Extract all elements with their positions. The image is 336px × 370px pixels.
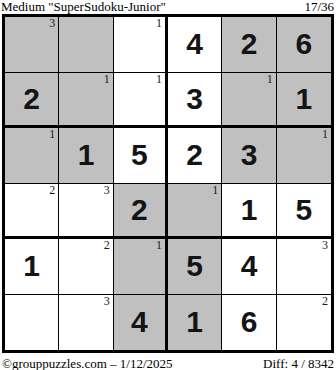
pencil-mark: 1 bbox=[267, 73, 273, 86]
pencil-mark: 3 bbox=[49, 17, 55, 30]
cell-r4c6: 5 bbox=[277, 184, 331, 240]
given-digit: 6 bbox=[241, 307, 258, 337]
given-digit: 5 bbox=[295, 195, 312, 225]
copyright-date: ©grouppuzzles.com – 1/12/2025 bbox=[2, 357, 173, 370]
cell-r3c2: 1 bbox=[59, 128, 113, 184]
given-digit: 5 bbox=[131, 140, 148, 170]
cell-r1c5: 2 bbox=[222, 17, 276, 73]
given-digit: 6 bbox=[295, 29, 312, 59]
cell-r5c5: 4 bbox=[222, 239, 276, 295]
cell-r5c3[interactable]: 1 bbox=[114, 239, 168, 295]
cell-r1c2[interactable] bbox=[59, 17, 113, 73]
cell-r5c1: 1 bbox=[5, 239, 59, 295]
cell-r1c3[interactable]: 1 bbox=[114, 17, 168, 73]
pencil-mark: 1 bbox=[322, 128, 328, 141]
given-digit: 1 bbox=[241, 195, 258, 225]
cell-r5c2[interactable]: 2 bbox=[59, 239, 113, 295]
pencil-mark: 2 bbox=[104, 239, 110, 252]
pencil-mark: 2 bbox=[49, 184, 55, 197]
given-digit: 4 bbox=[131, 307, 148, 337]
cell-r4c1[interactable]: 2 bbox=[5, 184, 59, 240]
page-header: Medium "SuperSudoku-Junior" 17/36 bbox=[0, 0, 336, 14]
pencil-mark: 1 bbox=[156, 239, 162, 252]
pencil-mark: 1 bbox=[156, 73, 162, 86]
cell-r4c3: 2 bbox=[114, 184, 168, 240]
cell-r6c1[interactable] bbox=[5, 295, 59, 351]
cell-r3c1[interactable]: 1 bbox=[5, 128, 59, 184]
cell-r6c5: 6 bbox=[222, 295, 276, 351]
cell-r2c3[interactable]: 1 bbox=[114, 73, 168, 129]
given-digit: 4 bbox=[241, 251, 258, 281]
given-digit: 1 bbox=[23, 251, 40, 281]
cell-r3c6[interactable]: 1 bbox=[277, 128, 331, 184]
given-digit: 2 bbox=[186, 140, 203, 170]
cell-r6c3: 4 bbox=[114, 295, 168, 351]
given-digit: 3 bbox=[186, 84, 203, 114]
pencil-mark: 3 bbox=[104, 295, 110, 308]
pencil-mark: 1 bbox=[104, 73, 110, 86]
given-digit: 5 bbox=[186, 251, 203, 281]
difficulty-label: Diff: 4 / 8342 bbox=[263, 357, 334, 370]
pencil-mark: 1 bbox=[49, 128, 55, 141]
given-digit: 3 bbox=[241, 140, 258, 170]
cells-remaining-counter: 17/36 bbox=[304, 0, 334, 13]
cell-r3c5: 3 bbox=[222, 128, 276, 184]
given-digit: 4 bbox=[186, 29, 203, 59]
cell-r2c4: 3 bbox=[168, 73, 222, 129]
cell-r1c6: 6 bbox=[277, 17, 331, 73]
pencil-mark: 3 bbox=[322, 239, 328, 252]
given-digit: 1 bbox=[78, 140, 95, 170]
cell-r4c2[interactable]: 3 bbox=[59, 184, 113, 240]
page-footer: ©grouppuzzles.com – 1/12/2025 Diff: 4 / … bbox=[0, 353, 336, 370]
puzzle-title: Medium "SuperSudoku-Junior" bbox=[1, 0, 166, 13]
cell-r4c4[interactable]: 1 bbox=[168, 184, 222, 240]
cell-r2c1: 2 bbox=[5, 73, 59, 129]
pencil-mark: 3 bbox=[104, 184, 110, 197]
cell-r2c2[interactable]: 1 bbox=[59, 73, 113, 129]
cell-r4c5: 1 bbox=[222, 184, 276, 240]
pencil-mark: 1 bbox=[212, 184, 218, 197]
cell-r1c1[interactable]: 3 bbox=[5, 17, 59, 73]
cell-r3c4: 2 bbox=[168, 128, 222, 184]
cell-r6c6[interactable]: 2 bbox=[277, 295, 331, 351]
cell-r1c4: 4 bbox=[168, 17, 222, 73]
cell-r6c4: 1 bbox=[168, 295, 222, 351]
cell-r6c2[interactable]: 3 bbox=[59, 295, 113, 351]
pencil-mark: 2 bbox=[322, 295, 328, 308]
cell-r5c6[interactable]: 3 bbox=[277, 239, 331, 295]
cell-r2c5[interactable]: 1 bbox=[222, 73, 276, 129]
given-digit: 2 bbox=[131, 195, 148, 225]
board: 3142621131111523123211512154334162 bbox=[2, 14, 334, 353]
cell-r5c4: 5 bbox=[168, 239, 222, 295]
pencil-mark: 1 bbox=[156, 17, 162, 30]
given-digit: 2 bbox=[23, 84, 40, 114]
cell-r3c3: 5 bbox=[114, 128, 168, 184]
given-digit: 1 bbox=[295, 84, 312, 114]
cell-r2c6: 1 bbox=[277, 73, 331, 129]
given-digit: 1 bbox=[186, 307, 203, 337]
given-digit: 2 bbox=[241, 29, 258, 59]
